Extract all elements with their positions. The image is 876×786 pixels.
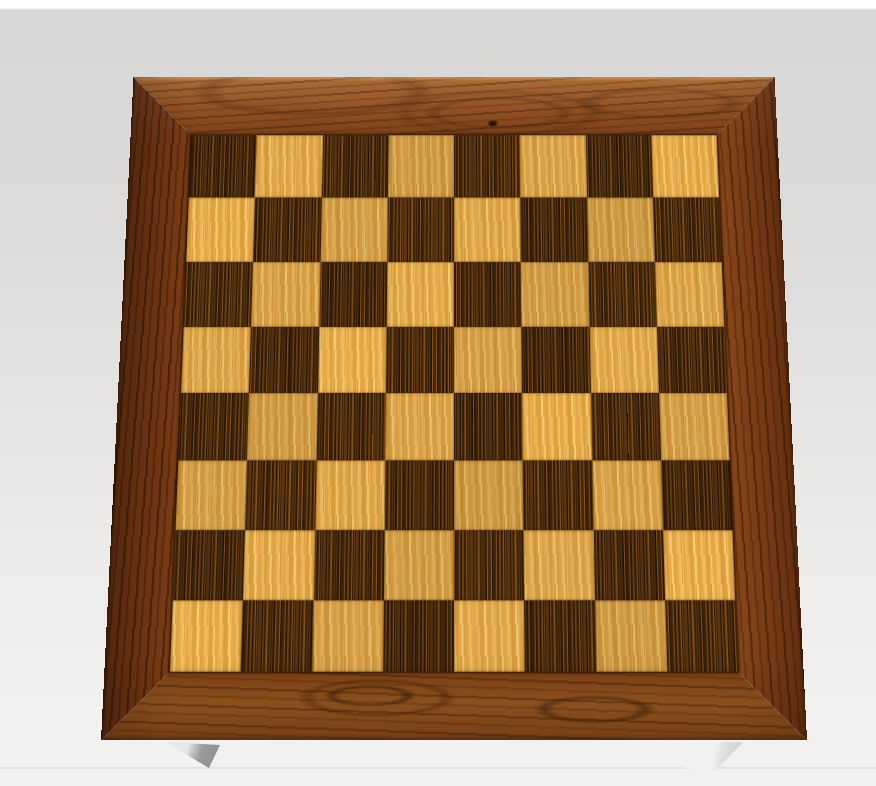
square-r6c3 bbox=[384, 530, 454, 600]
square-r1c7 bbox=[653, 198, 722, 262]
square-r5c2 bbox=[315, 461, 385, 530]
square-r7c2 bbox=[312, 600, 384, 672]
square-r6c7 bbox=[663, 530, 735, 600]
square-r6c6 bbox=[593, 530, 665, 600]
square-r1c4 bbox=[454, 198, 521, 262]
square-r2c1 bbox=[251, 262, 320, 327]
square-r3c7 bbox=[657, 327, 727, 393]
square-r4c3 bbox=[385, 393, 454, 461]
square-r1c1 bbox=[253, 198, 321, 262]
square-r1c6 bbox=[587, 198, 655, 262]
chess-table bbox=[101, 77, 807, 740]
square-r0c5 bbox=[520, 135, 587, 198]
square-r0c4 bbox=[454, 135, 520, 198]
square-r3c1 bbox=[249, 327, 319, 393]
square-r7c5 bbox=[524, 600, 596, 672]
square-r2c3 bbox=[386, 262, 454, 327]
table-leg-left bbox=[165, 742, 220, 768]
square-r4c5 bbox=[522, 393, 592, 461]
square-r6c1 bbox=[243, 530, 315, 600]
square-r3c3 bbox=[386, 327, 454, 393]
frame-rail-bottom bbox=[101, 672, 807, 741]
square-r0c3 bbox=[388, 135, 454, 198]
square-r4c7 bbox=[659, 393, 730, 461]
square-r6c5 bbox=[524, 530, 595, 600]
square-r3c5 bbox=[522, 327, 591, 393]
square-r2c6 bbox=[588, 262, 657, 327]
square-r4c2 bbox=[316, 393, 386, 461]
square-r0c6 bbox=[585, 135, 653, 198]
square-r3c2 bbox=[318, 327, 387, 393]
square-r7c0 bbox=[170, 600, 243, 672]
square-r4c6 bbox=[591, 393, 661, 461]
frame-rail-top bbox=[131, 77, 778, 135]
square-r5c7 bbox=[661, 461, 733, 530]
square-r7c1 bbox=[241, 600, 313, 672]
square-r4c0 bbox=[178, 393, 249, 461]
square-r6c2 bbox=[313, 530, 384, 600]
square-r6c0 bbox=[173, 530, 245, 600]
square-r2c5 bbox=[521, 262, 589, 327]
square-r5c1 bbox=[245, 461, 316, 530]
square-r2c0 bbox=[184, 262, 254, 327]
square-r7c7 bbox=[665, 600, 738, 672]
studio-backdrop bbox=[0, 0, 876, 786]
square-r3c6 bbox=[589, 327, 659, 393]
square-r4c4 bbox=[454, 393, 523, 461]
square-r0c0 bbox=[189, 135, 257, 198]
square-r1c5 bbox=[520, 198, 588, 262]
square-r0c1 bbox=[255, 135, 323, 198]
square-r3c4 bbox=[454, 327, 522, 393]
square-r5c6 bbox=[592, 461, 663, 530]
square-r3c0 bbox=[181, 327, 251, 393]
square-r0c2 bbox=[321, 135, 388, 198]
square-r5c4 bbox=[454, 461, 524, 530]
square-r2c7 bbox=[655, 262, 725, 327]
square-r4c1 bbox=[247, 393, 317, 461]
square-r2c2 bbox=[319, 262, 387, 327]
square-r5c0 bbox=[176, 461, 248, 530]
square-r1c2 bbox=[320, 198, 388, 262]
square-r7c3 bbox=[383, 600, 454, 672]
square-r7c6 bbox=[595, 600, 667, 672]
square-r2c4 bbox=[454, 262, 522, 327]
square-r5c5 bbox=[523, 461, 593, 530]
backdrop-seam bbox=[0, 767, 876, 769]
square-r0c7 bbox=[651, 135, 719, 198]
square-r6c4 bbox=[454, 530, 524, 600]
square-r7c4 bbox=[454, 600, 525, 672]
square-r5c3 bbox=[384, 461, 454, 530]
chess-board bbox=[170, 135, 738, 672]
square-r1c3 bbox=[387, 198, 454, 262]
square-r1c0 bbox=[186, 198, 255, 262]
